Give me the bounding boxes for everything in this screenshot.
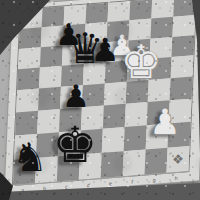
- square-a7[interactable]: [19, 27, 42, 49]
- square-a5[interactable]: [17, 67, 40, 90]
- piece-black-king-c1[interactable]: ♚: [53, 120, 98, 170]
- file-label-h: h: [165, 173, 187, 183]
- piece-black-pawn-b4[interactable]: ♟: [62, 81, 90, 112]
- file-label-f: f: [121, 177, 143, 187]
- chess-photo-scene: ❖ abcdefgh ♟♟♟♛♚♟♟♚♞: [0, 0, 200, 200]
- square-h6[interactable]: [172, 35, 195, 57]
- square-e2[interactable]: [102, 127, 125, 153]
- square-b5[interactable]: [39, 66, 62, 89]
- square-e3[interactable]: [103, 104, 126, 129]
- square-d8[interactable]: [86, 3, 109, 24]
- square-f8[interactable]: [129, 0, 152, 20]
- square-a4[interactable]: [16, 89, 39, 113]
- square-h7[interactable]: [172, 15, 195, 37]
- square-a3[interactable]: [15, 111, 38, 136]
- square-f3[interactable]: [125, 102, 148, 127]
- piece-white-pawn-f3[interactable]: ♟: [149, 105, 180, 140]
- square-a6[interactable]: [18, 47, 41, 69]
- square-b4[interactable]: [38, 87, 61, 111]
- square-g8[interactable]: [151, 0, 174, 19]
- piece-black-knight-a1[interactable]: ♞: [12, 137, 48, 177]
- square-h4[interactable]: [170, 77, 193, 101]
- piece-white-king-d5[interactable]: ♚: [120, 39, 161, 85]
- square-h5[interactable]: [171, 55, 194, 78]
- square-e1[interactable]: [101, 151, 124, 178]
- piece-black-queen-b6[interactable]: ♛: [66, 28, 104, 70]
- square-g1[interactable]: [145, 148, 168, 175]
- corner-motif-icon: ❖: [172, 152, 184, 166]
- square-f1[interactable]: [123, 149, 146, 176]
- square-h1[interactable]: ❖: [166, 146, 189, 173]
- file-label-g: g: [143, 175, 165, 185]
- square-e8[interactable]: [107, 1, 130, 22]
- square-f2[interactable]: [124, 125, 147, 151]
